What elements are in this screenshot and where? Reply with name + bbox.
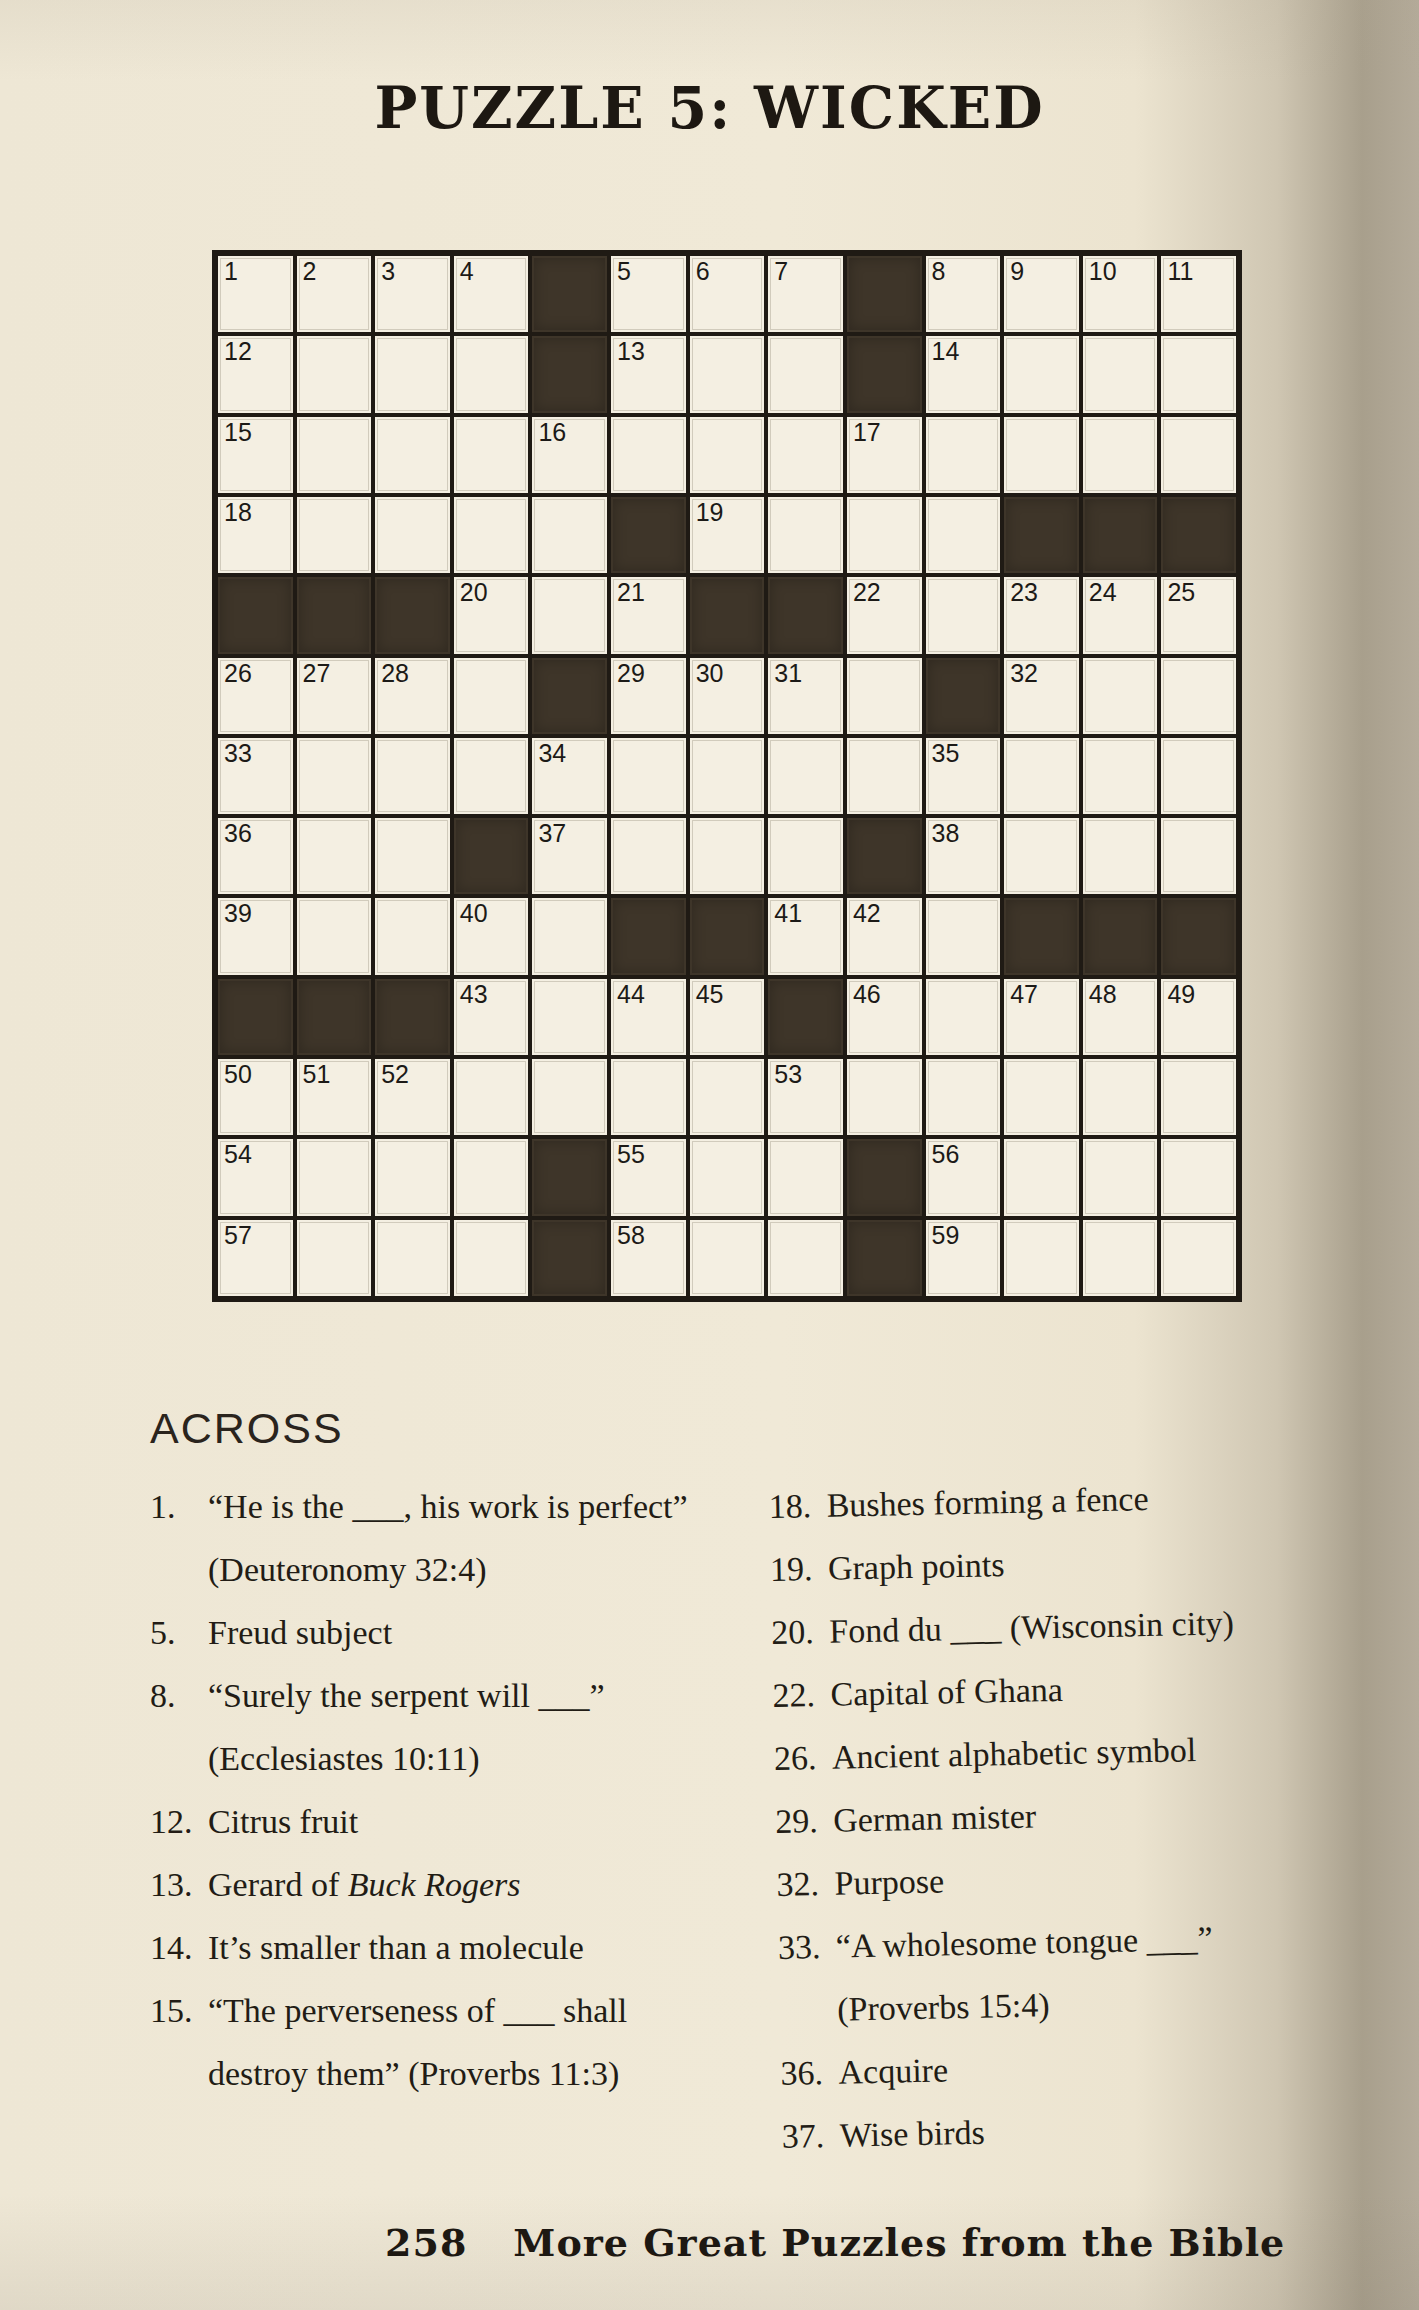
- grid-cell[interactable]: [532, 898, 607, 974]
- clue-number: 13.: [150, 1853, 208, 1916]
- grid-cell[interactable]: 28: [375, 658, 450, 734]
- grid-cell[interactable]: 42: [847, 898, 922, 974]
- cell-number: 5: [617, 259, 631, 284]
- grid-cell[interactable]: [1161, 1220, 1236, 1296]
- grid-cell[interactable]: [690, 818, 765, 894]
- cell-number: 42: [853, 901, 881, 926]
- cell-number: 22: [853, 580, 881, 605]
- cell-number: 33: [224, 741, 252, 766]
- grid-cell[interactable]: [1083, 1139, 1158, 1215]
- grid-cell[interactable]: [1161, 417, 1236, 493]
- grid-cell[interactable]: 4: [454, 256, 529, 332]
- clue-number: 26.: [773, 1726, 832, 1790]
- grid-cell[interactable]: [454, 1139, 529, 1215]
- grid-cell-black: [375, 979, 450, 1055]
- grid-cell[interactable]: [532, 1059, 607, 1135]
- grid-cell[interactable]: [611, 1059, 686, 1135]
- grid-cell-black: [611, 898, 686, 974]
- grid-cell[interactable]: 1: [218, 256, 293, 332]
- grid-cell[interactable]: [926, 979, 1001, 1055]
- grid-cell[interactable]: [454, 497, 529, 573]
- grid-cell-black: [375, 577, 450, 653]
- across-clues-column-left: 1. “He is the ___, his work is perfect” …: [150, 1475, 702, 2105]
- grid-cell[interactable]: 6: [690, 256, 765, 332]
- grid-cell[interactable]: [847, 497, 922, 573]
- clue-text: Acquire: [838, 2030, 1347, 2104]
- grid-cell[interactable]: 39: [218, 898, 293, 974]
- grid-cell[interactable]: [847, 738, 922, 814]
- grid-cell[interactable]: [454, 336, 529, 412]
- cell-number: 58: [617, 1223, 645, 1248]
- cell-number: 39: [224, 901, 252, 926]
- grid-cell[interactable]: [690, 1220, 765, 1296]
- grid-cell[interactable]: 49: [1161, 979, 1236, 1055]
- grid-cell[interactable]: [926, 497, 1001, 573]
- grid-cell[interactable]: [1161, 738, 1236, 814]
- grid-cell[interactable]: [926, 898, 1001, 974]
- clue-item: 26. Ancient alphabetic symbol: [773, 1715, 1340, 1790]
- grid-cell-black: [847, 336, 922, 412]
- clue-text: “The perverseness of ___ shall destroy t…: [208, 1979, 702, 2105]
- grid-cell[interactable]: 48: [1083, 979, 1158, 1055]
- grid-cell[interactable]: 51: [297, 1059, 372, 1135]
- cell-number: 35: [932, 741, 960, 766]
- grid-cell[interactable]: [1161, 1139, 1236, 1215]
- grid-cell[interactable]: [611, 417, 686, 493]
- cell-number: 31: [774, 661, 802, 686]
- grid-cell[interactable]: [1161, 1059, 1236, 1135]
- grid-cell[interactable]: [454, 1059, 529, 1135]
- grid-cell[interactable]: [1004, 1220, 1079, 1296]
- cell-number: 17: [853, 420, 881, 445]
- grid-cell[interactable]: 8: [926, 256, 1001, 332]
- cell-number: 12: [224, 339, 252, 364]
- grid-cell[interactable]: [454, 1220, 529, 1296]
- grid-cell[interactable]: [1161, 336, 1236, 412]
- clue-number: 12.: [150, 1790, 208, 1853]
- grid-cell[interactable]: [532, 979, 607, 1055]
- clue-text: German mister: [833, 1778, 1342, 1852]
- grid-cell[interactable]: [297, 417, 372, 493]
- cell-number: 55: [617, 1142, 645, 1167]
- grid-cell[interactable]: [768, 738, 843, 814]
- crossword-grid: 1 2 3 4 5 6 7 8 9 10 11 12 13 14: [212, 250, 1242, 1302]
- grid-cell[interactable]: [1083, 738, 1158, 814]
- grid-cell[interactable]: 29: [611, 658, 686, 734]
- puzzle-title: PUZZLE 5: WICKED: [0, 74, 1419, 141]
- grid-cell-black: [690, 898, 765, 974]
- grid-cell[interactable]: 46: [847, 979, 922, 1055]
- clue-text: Bushes forming a fence: [826, 1463, 1335, 1537]
- clue-item: 22. Capital of Ghana: [772, 1652, 1339, 1727]
- cell-number: 16: [538, 420, 566, 445]
- cell-number: 36: [224, 821, 252, 846]
- grid-cell[interactable]: 7: [768, 256, 843, 332]
- grid-cell[interactable]: [297, 818, 372, 894]
- across-clues-column-right: 18. Bushes forming a fence 19. Graph poi…: [768, 1463, 1348, 2168]
- clue-item: 5. Freud subject: [150, 1601, 702, 1664]
- grid-cell[interactable]: [297, 898, 372, 974]
- grid-cell[interactable]: [375, 818, 450, 894]
- grid-cell-black: [532, 658, 607, 734]
- clue-number: 22.: [772, 1663, 831, 1727]
- cell-number: 25: [1167, 580, 1195, 605]
- grid-cell[interactable]: 24: [1083, 577, 1158, 653]
- grid-cell[interactable]: [926, 1059, 1001, 1135]
- grid-cell[interactable]: [1083, 818, 1158, 894]
- grid-cell-black: [297, 577, 372, 653]
- grid-cell[interactable]: 58: [611, 1220, 686, 1296]
- cell-number: 21: [617, 580, 645, 605]
- grid-cell[interactable]: [375, 738, 450, 814]
- grid-cell[interactable]: [768, 417, 843, 493]
- grid-cell[interactable]: 14: [926, 336, 1001, 412]
- grid-cell[interactable]: 33: [218, 738, 293, 814]
- clue-number: 18.: [768, 1474, 827, 1538]
- grid-cell[interactable]: [690, 1059, 765, 1135]
- grid-cell[interactable]: [1161, 658, 1236, 734]
- grid-cell[interactable]: 40: [454, 898, 529, 974]
- grid-cell[interactable]: 21: [611, 577, 686, 653]
- cell-number: 14: [932, 339, 960, 364]
- clue-item: 32. Purpose: [776, 1841, 1343, 1916]
- grid-cell[interactable]: [768, 336, 843, 412]
- grid-cell[interactable]: 53: [768, 1059, 843, 1135]
- grid-cell[interactable]: 23: [1004, 577, 1079, 653]
- grid-cell[interactable]: [532, 497, 607, 573]
- grid-cell-black: [847, 256, 922, 332]
- grid-cell[interactable]: [375, 336, 450, 412]
- cell-number: 45: [696, 982, 724, 1007]
- grid-cell-black: [847, 818, 922, 894]
- book-title: More Great Puzzles from the Bible: [513, 2220, 1285, 2265]
- grid-cell[interactable]: [297, 1139, 372, 1215]
- grid-cell[interactable]: [1004, 818, 1079, 894]
- cell-number: 30: [696, 661, 724, 686]
- grid-cell[interactable]: 36: [218, 818, 293, 894]
- clue-item: 29. German mister: [775, 1778, 1342, 1853]
- grid-cell[interactable]: 16: [532, 417, 607, 493]
- grid-cell[interactable]: 10: [1083, 256, 1158, 332]
- grid-cell[interactable]: [847, 1059, 922, 1135]
- cell-number: 26: [224, 661, 252, 686]
- grid-cell[interactable]: 57: [218, 1220, 293, 1296]
- clue-number: 33.: [777, 1915, 838, 2042]
- grid-cell[interactable]: [926, 417, 1001, 493]
- cell-number: 6: [696, 259, 710, 284]
- cell-number: 40: [460, 901, 488, 926]
- grid-cell[interactable]: [690, 738, 765, 814]
- grid-cell[interactable]: 37: [532, 818, 607, 894]
- grid-cell[interactable]: [1083, 1220, 1158, 1296]
- cell-number: 37: [538, 821, 566, 846]
- cell-number: 57: [224, 1223, 252, 1248]
- cell-number: 18: [224, 500, 252, 525]
- grid-cell-black: [297, 979, 372, 1055]
- grid-cell[interactable]: [847, 658, 922, 734]
- clue-number: 36.: [780, 2041, 839, 2105]
- clue-item: 20. Fond du ___ (Wisconsin city): [771, 1589, 1338, 1664]
- grid-cell[interactable]: [454, 417, 529, 493]
- grid-cell[interactable]: [297, 336, 372, 412]
- grid-cell-black: [611, 497, 686, 573]
- cell-number: 38: [932, 821, 960, 846]
- grid-cell[interactable]: [1004, 1059, 1079, 1135]
- grid-cell[interactable]: 13: [611, 336, 686, 412]
- clue-item: 18. Bushes forming a fence: [768, 1463, 1335, 1538]
- clue-number: 15.: [150, 1979, 208, 2105]
- grid-cell[interactable]: [375, 497, 450, 573]
- clue-number: 19.: [769, 1537, 828, 1601]
- grid-cell-black: [1161, 898, 1236, 974]
- cell-number: 44: [617, 982, 645, 1007]
- grid-cell-black: [926, 658, 1001, 734]
- grid-cell[interactable]: [690, 417, 765, 493]
- cell-number: 15: [224, 420, 252, 445]
- clue-text: Gerard of Buck Rogers: [208, 1853, 702, 1916]
- grid-cell[interactable]: [1004, 1139, 1079, 1215]
- grid-cell-black: [532, 336, 607, 412]
- cell-number: 50: [224, 1062, 252, 1087]
- grid-cell[interactable]: 5: [611, 256, 686, 332]
- clue-item: 1. “He is the ___, his work is perfect” …: [150, 1475, 702, 1601]
- cell-number: 41: [774, 901, 802, 926]
- clue-number: 5.: [150, 1601, 208, 1664]
- grid-cell[interactable]: [454, 738, 529, 814]
- grid-cell[interactable]: [926, 577, 1001, 653]
- grid-cell[interactable]: 18: [218, 497, 293, 573]
- cell-number: 52: [381, 1062, 409, 1087]
- page-footer: 258 More Great Puzzles from the Bible: [385, 2220, 1285, 2265]
- grid-cell[interactable]: 15: [218, 417, 293, 493]
- grid-cell-black: [1083, 898, 1158, 974]
- grid-cell[interactable]: 32: [1004, 658, 1079, 734]
- grid-cell[interactable]: [1004, 738, 1079, 814]
- grid-cell[interactable]: 54: [218, 1139, 293, 1215]
- cell-number: 20: [460, 580, 488, 605]
- grid-cell[interactable]: 12: [218, 336, 293, 412]
- grid-cell-black: [454, 818, 529, 894]
- clue-text-italic: Buck Rogers: [348, 1866, 521, 1903]
- grid-cell-black: [768, 577, 843, 653]
- cell-number: 28: [381, 661, 409, 686]
- grid-cell[interactable]: [375, 417, 450, 493]
- grid-cell[interactable]: 19: [690, 497, 765, 573]
- cell-number: 1: [224, 259, 238, 284]
- cell-number: 8: [932, 259, 946, 284]
- cell-number: 10: [1089, 259, 1117, 284]
- grid-cell-black: [1083, 497, 1158, 573]
- clue-text: Purpose: [834, 1841, 1343, 1915]
- grid-cell-black: [1004, 898, 1079, 974]
- cell-number: 34: [538, 741, 566, 766]
- grid-cell[interactable]: 30: [690, 658, 765, 734]
- page-number: 258: [385, 2220, 467, 2265]
- cell-number: 47: [1010, 982, 1038, 1007]
- grid-cell[interactable]: 44: [611, 979, 686, 1055]
- clue-columns: 1. “He is the ___, his work is perfect” …: [150, 1475, 1360, 2168]
- grid-cell-black: [218, 979, 293, 1055]
- grid-cell[interactable]: [375, 898, 450, 974]
- grid-cell-black: [768, 979, 843, 1055]
- grid-cell[interactable]: [768, 818, 843, 894]
- grid-cell[interactable]: 52: [375, 1059, 450, 1135]
- grid-cell[interactable]: [1161, 818, 1236, 894]
- grid-cell[interactable]: 20: [454, 577, 529, 653]
- grid-cell[interactable]: 45: [690, 979, 765, 1055]
- grid-cell[interactable]: 38: [926, 818, 1001, 894]
- clue-item: 15. “The perverseness of ___ shall destr…: [150, 1979, 702, 2105]
- grid-cell[interactable]: 9: [1004, 256, 1079, 332]
- cell-number: 32: [1010, 661, 1038, 686]
- grid-cell[interactable]: 47: [1004, 979, 1079, 1055]
- clue-number: 29.: [775, 1789, 834, 1853]
- cell-number: 46: [853, 982, 881, 1007]
- clue-number: 20.: [771, 1600, 830, 1664]
- cell-number: 7: [774, 259, 788, 284]
- grid-cell-black: [532, 1220, 607, 1296]
- grid-cell[interactable]: 11: [1161, 256, 1236, 332]
- clue-item: 19. Graph points: [769, 1526, 1336, 1601]
- cell-number: 13: [617, 339, 645, 364]
- grid-cell[interactable]: [768, 1220, 843, 1296]
- grid-cell-black: [1161, 497, 1236, 573]
- cell-number: 48: [1089, 982, 1117, 1007]
- clue-item: 13. Gerard of Buck Rogers: [150, 1853, 702, 1916]
- cell-number: 59: [932, 1223, 960, 1248]
- cell-number: 9: [1010, 259, 1024, 284]
- cell-number: 43: [460, 982, 488, 1007]
- grid-cell[interactable]: [611, 818, 686, 894]
- clue-text: “A wholesome tongue ___” (Proverbs 15:4): [835, 1904, 1346, 2041]
- book-page: PUZZLE 5: WICKED 1 2 3 4 5 6 7 8 9 10 11…: [0, 0, 1419, 2310]
- clue-text: “Surely the serpent will ___” (Ecclesias…: [208, 1664, 702, 1790]
- clue-item: 14. It’s smaller than a molecule: [150, 1916, 702, 1979]
- clue-item: 36. Acquire: [780, 2030, 1347, 2105]
- grid-cell[interactable]: 3: [375, 256, 450, 332]
- clue-text: Wise birds: [839, 2093, 1348, 2167]
- grid-cell[interactable]: [768, 1139, 843, 1215]
- grid-cell[interactable]: 34: [532, 738, 607, 814]
- cell-number: 49: [1167, 982, 1195, 1007]
- clue-item: 8. “Surely the serpent will ___” (Eccles…: [150, 1664, 702, 1790]
- grid-cell-black: [218, 577, 293, 653]
- clue-number: 1.: [150, 1475, 208, 1601]
- clue-text: It’s smaller than a molecule: [208, 1916, 702, 1979]
- grid-cell[interactable]: [1083, 336, 1158, 412]
- grid-cell[interactable]: 27: [297, 658, 372, 734]
- clue-item: 33. “A wholesome tongue ___” (Proverbs 1…: [777, 1904, 1346, 2042]
- clues-section: ACROSS 1. “He is the ___, his work is pe…: [150, 1404, 1360, 2168]
- grid-cell[interactable]: 26: [218, 658, 293, 734]
- grid-cell[interactable]: 31: [768, 658, 843, 734]
- clue-number: 37.: [781, 2104, 840, 2168]
- grid-cell[interactable]: 17: [847, 417, 922, 493]
- grid-cell[interactable]: [297, 738, 372, 814]
- clue-text: Capital of Ghana: [830, 1652, 1339, 1726]
- grid-cell[interactable]: 59: [926, 1220, 1001, 1296]
- cell-number: 4: [460, 259, 474, 284]
- grid-cell-black: [1004, 497, 1079, 573]
- cell-number: 54: [224, 1142, 252, 1167]
- cell-number: 53: [774, 1062, 802, 1087]
- grid-cell[interactable]: [1004, 417, 1079, 493]
- clue-text: Ancient alphabetic symbol: [831, 1715, 1340, 1789]
- clue-text: Citrus fruit: [208, 1790, 702, 1853]
- clue-item: 12. Citrus fruit: [150, 1790, 702, 1853]
- cell-number: 3: [381, 259, 395, 284]
- cell-number: 19: [696, 500, 724, 525]
- cell-number: 11: [1167, 259, 1193, 284]
- grid-cell[interactable]: 25: [1161, 577, 1236, 653]
- clue-text: “He is the ___, his work is perfect” (De…: [208, 1475, 702, 1601]
- clue-text: Freud subject: [208, 1601, 702, 1664]
- grid-cell-black: [847, 1139, 922, 1215]
- clue-number: 32.: [776, 1852, 835, 1916]
- clue-text: Fond du ___ (Wisconsin city): [829, 1589, 1338, 1663]
- cell-number: 29: [617, 661, 645, 686]
- clue-number: 8.: [150, 1664, 208, 1790]
- grid-cell[interactable]: [375, 1220, 450, 1296]
- grid-cell[interactable]: 55: [611, 1139, 686, 1215]
- grid-cell[interactable]: [1083, 417, 1158, 493]
- grid-cell[interactable]: [1083, 658, 1158, 734]
- grid-cell[interactable]: 2: [297, 256, 372, 332]
- clue-text: Graph points: [827, 1526, 1336, 1600]
- grid-cell[interactable]: 41: [768, 898, 843, 974]
- cell-number: 51: [303, 1062, 331, 1087]
- cell-number: 27: [303, 661, 331, 686]
- grid-cell[interactable]: [532, 577, 607, 653]
- grid-cell[interactable]: [454, 658, 529, 734]
- grid-cell-black: [532, 256, 607, 332]
- clue-item: 37. Wise birds: [781, 2093, 1348, 2168]
- cell-number: 2: [303, 259, 317, 284]
- grid-cell[interactable]: [1004, 336, 1079, 412]
- grid-cell[interactable]: [297, 497, 372, 573]
- across-heading: ACROSS: [150, 1404, 1360, 1453]
- grid-cell[interactable]: 56: [926, 1139, 1001, 1215]
- grid-cell-black: [532, 1139, 607, 1215]
- grid-cell[interactable]: [1083, 1059, 1158, 1135]
- cell-number: 24: [1089, 580, 1117, 605]
- clue-number: 14.: [150, 1916, 208, 1979]
- grid-cell[interactable]: 35: [926, 738, 1001, 814]
- cell-number: 56: [932, 1142, 960, 1167]
- grid-cell[interactable]: 22: [847, 577, 922, 653]
- grid-cell[interactable]: [297, 1220, 372, 1296]
- grid-cell[interactable]: [611, 738, 686, 814]
- grid-cell-black: [690, 577, 765, 653]
- grid-cell[interactable]: [690, 1139, 765, 1215]
- grid-cell-black: [847, 1220, 922, 1296]
- grid-cell[interactable]: [768, 497, 843, 573]
- grid-cell[interactable]: 43: [454, 979, 529, 1055]
- grid-cell[interactable]: [375, 1139, 450, 1215]
- grid-cell[interactable]: [690, 336, 765, 412]
- cell-number: 23: [1010, 580, 1038, 605]
- grid-cell[interactable]: 50: [218, 1059, 293, 1135]
